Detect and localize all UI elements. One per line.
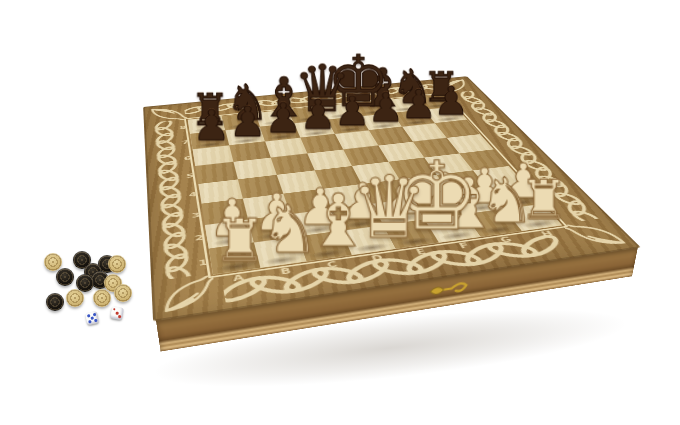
square-a1[interactable]: ♜ [209,243,261,275]
checker-wood[interactable] [93,289,111,307]
checker-black[interactable] [56,268,74,286]
white-knight[interactable]: ♞ [260,197,307,263]
product-photo-stage: 87654321 ABCDEFGH ♜♞♝♛♚♝♞♜♟♟♟♟♟♟♟♟♟♟♟♟♟♟… [0,0,680,425]
square-h6[interactable] [435,120,480,138]
rank-label-7: 7 [179,134,192,151]
square-a7[interactable]: ♟ [190,130,229,149]
square-a6[interactable] [193,145,234,166]
rank-label-8: 8 [177,120,189,135]
die-1[interactable] [85,311,99,325]
checker-wood[interactable] [108,255,126,273]
black-pawn[interactable]: ♟ [401,85,435,125]
chess-board: 87654321 ABCDEFGH ♜♞♝♛♚♝♞♜♟♟♟♟♟♟♟♟♟♟♟♟♟♟… [143,76,641,321]
checker-wood[interactable] [114,284,132,302]
black-pawn[interactable]: ♟ [334,91,369,131]
square-b6[interactable] [229,142,270,162]
square-c7[interactable]: ♟ [260,123,300,141]
square-c5[interactable] [271,153,315,174]
black-pawn[interactable]: ♟ [300,94,335,135]
square-b7[interactable]: ♟ [225,127,265,146]
die-2[interactable] [110,306,124,320]
black-pawn[interactable]: ♟ [368,88,403,128]
black-pawn[interactable]: ♟ [229,101,265,143]
white-rook[interactable]: ♜ [213,210,260,270]
brass-clasp-icon[interactable] [426,275,472,302]
checker-wood[interactable] [66,289,84,307]
black-pawn[interactable]: ♟ [433,81,467,120]
black-pawn[interactable]: ♟ [265,98,301,139]
floral-corner-ornament [157,275,219,318]
black-pawn[interactable]: ♟ [193,105,229,147]
checker-wood[interactable] [44,253,62,271]
checker-black[interactable] [46,293,64,311]
